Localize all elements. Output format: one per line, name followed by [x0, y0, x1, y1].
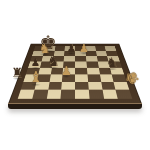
piece-black-pawn-d7[interactable]: ♟: [67, 42, 77, 53]
square-b1[interactable]: [32, 89, 48, 98]
square-e6[interactable]: [75, 56, 86, 62]
chess-scene: ♚♞♟♟♞♟♞♟♜♝♚: [0, 0, 150, 150]
piece-white-king-g3[interactable]: ♚: [122, 69, 140, 86]
square-d2[interactable]: [61, 81, 75, 89]
square-c2[interactable]: [48, 81, 62, 89]
square-e4[interactable]: [75, 67, 87, 74]
square-d1[interactable]: [61, 89, 75, 98]
piece-white-pawn-d4[interactable]: ♟: [61, 65, 72, 77]
square-e5[interactable]: [75, 61, 87, 67]
square-e2[interactable]: [75, 81, 89, 89]
board-side-edge: [8, 103, 142, 109]
piece-black-rook-a3[interactable]: ♜: [11, 66, 23, 79]
piece-black-knight-c5[interactable]: ♞: [47, 54, 60, 68]
piece-black-pawn-a5[interactable]: ♟: [31, 57, 40, 67]
piece-black-knight-h5[interactable]: ♞: [106, 56, 118, 70]
square-h8[interactable]: [105, 46, 117, 51]
square-h1[interactable]: [116, 89, 133, 98]
square-e3[interactable]: [75, 74, 88, 81]
square-c1[interactable]: [46, 89, 61, 98]
square-d6[interactable]: [64, 56, 75, 62]
square-e1[interactable]: [75, 89, 89, 98]
piece-white-bishop-b3[interactable]: ♝: [29, 70, 42, 85]
piece-white-pawn-e7[interactable]: ♟: [79, 42, 89, 53]
